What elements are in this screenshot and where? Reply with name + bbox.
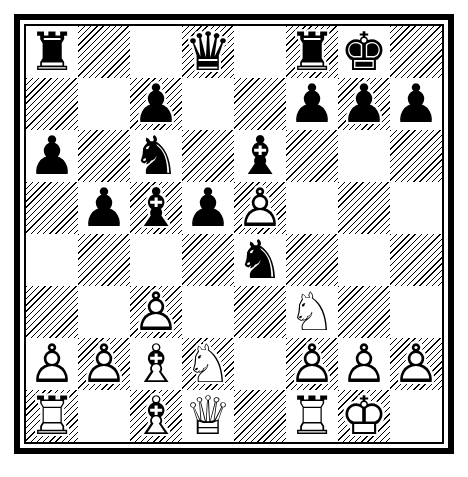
black-pawn[interactable]: ♟♟ (26, 130, 78, 182)
square-e8[interactable] (234, 26, 286, 78)
square-a3[interactable] (26, 286, 78, 338)
square-c1[interactable]: ♝♗ (130, 390, 182, 442)
piece-glyph: ♗ (130, 390, 182, 442)
white-pawn[interactable]: ♟♙ (130, 286, 182, 338)
piece-glyph: ♟ (338, 78, 390, 130)
square-f4[interactable] (286, 234, 338, 286)
square-d1[interactable]: ♛♕ (182, 390, 234, 442)
square-c8[interactable] (130, 26, 182, 78)
piece-glyph: ♛ (182, 26, 234, 78)
square-h1[interactable] (390, 390, 442, 442)
square-h6[interactable] (390, 130, 442, 182)
square-f3[interactable]: ♞♘ (286, 286, 338, 338)
square-g6[interactable] (338, 130, 390, 182)
piece-glyph: ♞ (130, 130, 182, 182)
square-c6[interactable]: ♞♞ (130, 130, 182, 182)
square-b3[interactable] (78, 286, 130, 338)
white-bishop[interactable]: ♝♗ (130, 338, 182, 390)
square-d7[interactable] (182, 78, 234, 130)
white-queen[interactable]: ♛♕ (182, 390, 234, 442)
square-e2[interactable] (234, 338, 286, 390)
piece-glyph: ♘ (286, 286, 338, 338)
piece-glyph: ♟ (26, 130, 78, 182)
square-c4[interactable] (130, 234, 182, 286)
square-d3[interactable] (182, 286, 234, 338)
white-pawn[interactable]: ♟♙ (286, 338, 338, 390)
square-h5[interactable] (390, 182, 442, 234)
chess-board[interactable]: ♜♜♛♛♜♜♚♚♟♟♟♟♟♟♟♟♟♟♞♞♝♝♟♟♝♝♟♟♟♙♞♞♟♙♞♘♟♙♟♙… (26, 26, 442, 442)
piece-glyph: ♖ (286, 390, 338, 442)
piece-glyph: ♙ (130, 286, 182, 338)
black-bishop[interactable]: ♝♝ (130, 182, 182, 234)
square-b8[interactable] (78, 26, 130, 78)
square-g5[interactable] (338, 182, 390, 234)
white-king[interactable]: ♚♔ (338, 390, 390, 442)
square-h2[interactable]: ♟♙ (390, 338, 442, 390)
chess-diagram: ♜♜♛♛♜♜♚♚♟♟♟♟♟♟♟♟♟♟♞♞♝♝♟♟♝♝♟♟♟♙♞♞♟♙♞♘♟♙♟♙… (0, 0, 468, 477)
black-pawn[interactable]: ♟♟ (78, 182, 130, 234)
black-pawn[interactable]: ♟♟ (390, 78, 442, 130)
square-g8[interactable]: ♚♚ (338, 26, 390, 78)
square-a5[interactable] (26, 182, 78, 234)
square-b6[interactable] (78, 130, 130, 182)
piece-glyph: ♘ (182, 338, 234, 390)
square-a7[interactable] (26, 78, 78, 130)
square-e1[interactable] (234, 390, 286, 442)
black-rook[interactable]: ♜♜ (26, 26, 78, 78)
piece-glyph: ♔ (338, 390, 390, 442)
square-d8[interactable]: ♛♛ (182, 26, 234, 78)
square-h7[interactable]: ♟♟ (390, 78, 442, 130)
piece-glyph: ♙ (26, 338, 78, 390)
piece-glyph: ♙ (390, 338, 442, 390)
white-bishop[interactable]: ♝♗ (130, 390, 182, 442)
black-pawn[interactable]: ♟♟ (130, 78, 182, 130)
black-knight[interactable]: ♞♞ (234, 234, 286, 286)
piece-glyph: ♖ (26, 390, 78, 442)
square-d5[interactable]: ♟♟ (182, 182, 234, 234)
square-a6[interactable]: ♟♟ (26, 130, 78, 182)
square-g4[interactable] (338, 234, 390, 286)
square-b7[interactable] (78, 78, 130, 130)
square-c3[interactable]: ♟♙ (130, 286, 182, 338)
square-b2[interactable]: ♟♙ (78, 338, 130, 390)
square-g1[interactable]: ♚♔ (338, 390, 390, 442)
square-e7[interactable] (234, 78, 286, 130)
square-a4[interactable] (26, 234, 78, 286)
square-f8[interactable]: ♜♜ (286, 26, 338, 78)
piece-glyph: ♞ (234, 234, 286, 286)
white-pawn[interactable]: ♟♙ (338, 338, 390, 390)
piece-glyph: ♕ (182, 390, 234, 442)
square-c7[interactable]: ♟♟ (130, 78, 182, 130)
square-b4[interactable] (78, 234, 130, 286)
black-queen[interactable]: ♛♛ (182, 26, 234, 78)
piece-glyph: ♙ (78, 338, 130, 390)
white-pawn[interactable]: ♟♙ (78, 338, 130, 390)
square-g2[interactable]: ♟♙ (338, 338, 390, 390)
white-rook[interactable]: ♜♖ (286, 390, 338, 442)
white-knight[interactable]: ♞♘ (182, 338, 234, 390)
piece-glyph: ♝ (234, 130, 286, 182)
piece-glyph: ♙ (286, 338, 338, 390)
square-d4[interactable] (182, 234, 234, 286)
square-b1[interactable] (78, 390, 130, 442)
square-e5[interactable]: ♟♙ (234, 182, 286, 234)
board-inner-border: ♜♜♛♛♜♜♚♚♟♟♟♟♟♟♟♟♟♟♞♞♝♝♟♟♝♝♟♟♟♙♞♞♟♙♞♘♟♙♟♙… (24, 24, 444, 444)
black-pawn[interactable]: ♟♟ (286, 78, 338, 130)
square-c5[interactable]: ♝♝ (130, 182, 182, 234)
square-e3[interactable] (234, 286, 286, 338)
board-frame: ♜♜♛♛♜♜♚♚♟♟♟♟♟♟♟♟♟♟♞♞♝♝♟♟♝♝♟♟♟♙♞♞♟♙♞♘♟♙♟♙… (14, 14, 454, 454)
piece-glyph: ♗ (130, 338, 182, 390)
piece-glyph: ♟ (130, 78, 182, 130)
piece-glyph: ♙ (338, 338, 390, 390)
square-e4[interactable]: ♞♞ (234, 234, 286, 286)
square-g7[interactable]: ♟♟ (338, 78, 390, 130)
piece-glyph: ♟ (78, 182, 130, 234)
square-h8[interactable] (390, 26, 442, 78)
square-c2[interactable]: ♝♗ (130, 338, 182, 390)
piece-glyph: ♜ (286, 26, 338, 78)
piece-glyph: ♚ (338, 26, 390, 78)
square-h3[interactable] (390, 286, 442, 338)
white-knight[interactable]: ♞♘ (286, 286, 338, 338)
piece-glyph: ♟ (286, 78, 338, 130)
square-d6[interactable] (182, 130, 234, 182)
square-g3[interactable] (338, 286, 390, 338)
piece-glyph: ♙ (234, 182, 286, 234)
white-rook[interactable]: ♜♖ (26, 390, 78, 442)
square-f1[interactable]: ♜♖ (286, 390, 338, 442)
white-pawn[interactable]: ♟♙ (390, 338, 442, 390)
piece-glyph: ♟ (182, 182, 234, 234)
square-e6[interactable]: ♝♝ (234, 130, 286, 182)
white-pawn[interactable]: ♟♙ (234, 182, 286, 234)
square-a2[interactable]: ♟♙ (26, 338, 78, 390)
square-a1[interactable]: ♜♖ (26, 390, 78, 442)
piece-glyph: ♝ (130, 182, 182, 234)
black-knight[interactable]: ♞♞ (130, 130, 182, 182)
square-f7[interactable]: ♟♟ (286, 78, 338, 130)
square-f5[interactable] (286, 182, 338, 234)
square-b5[interactable]: ♟♟ (78, 182, 130, 234)
piece-glyph: ♟ (390, 78, 442, 130)
white-pawn[interactable]: ♟♙ (26, 338, 78, 390)
square-f2[interactable]: ♟♙ (286, 338, 338, 390)
black-pawn[interactable]: ♟♟ (182, 182, 234, 234)
square-h4[interactable] (390, 234, 442, 286)
square-f6[interactable] (286, 130, 338, 182)
square-a8[interactable]: ♜♜ (26, 26, 78, 78)
black-bishop[interactable]: ♝♝ (234, 130, 286, 182)
black-rook[interactable]: ♜♜ (286, 26, 338, 78)
square-d2[interactable]: ♞♘ (182, 338, 234, 390)
black-king[interactable]: ♚♚ (338, 26, 390, 78)
piece-glyph: ♜ (26, 26, 78, 78)
black-pawn[interactable]: ♟♟ (338, 78, 390, 130)
